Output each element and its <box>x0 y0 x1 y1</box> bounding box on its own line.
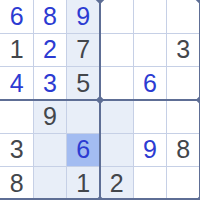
cell-r4c3[interactable] <box>67 100 100 133</box>
sudoku-cells: 6891273435693698812 <box>0 0 200 200</box>
cell-r4c2[interactable]: 9 <box>33 100 66 133</box>
cell-r6c5[interactable] <box>133 167 166 200</box>
cell-r2c5[interactable] <box>133 33 166 66</box>
cell-r3c1[interactable]: 4 <box>0 67 33 100</box>
cell-r3c6[interactable] <box>167 67 200 100</box>
cell-r5c5[interactable]: 9 <box>133 133 166 166</box>
cell-r5c4[interactable] <box>100 133 133 166</box>
cell-r2c3[interactable]: 7 <box>67 33 100 66</box>
cell-r3c5[interactable]: 6 <box>133 67 166 100</box>
cell-r2c6[interactable]: 3 <box>167 33 200 66</box>
cell-r6c4[interactable]: 2 <box>100 167 133 200</box>
cell-r5c6[interactable]: 8 <box>167 133 200 166</box>
cell-r1c2[interactable]: 8 <box>33 0 66 33</box>
cell-r4c6[interactable] <box>167 100 200 133</box>
cell-r2c2[interactable]: 2 <box>33 33 66 66</box>
cell-r3c4[interactable] <box>100 67 133 100</box>
cell-r5c3[interactable]: 6 <box>67 133 100 166</box>
cell-r2c1[interactable]: 1 <box>0 33 33 66</box>
cell-r1c1[interactable]: 6 <box>0 0 33 33</box>
cell-r4c4[interactable] <box>100 100 133 133</box>
cell-r3c2[interactable]: 3 <box>33 67 66 100</box>
cell-r5c1[interactable]: 3 <box>0 133 33 166</box>
cell-r1c3[interactable]: 9 <box>67 0 100 33</box>
cell-r6c2[interactable] <box>33 167 66 200</box>
cell-r6c3[interactable]: 1 <box>67 167 100 200</box>
cell-r4c1[interactable] <box>0 100 33 133</box>
cell-r1c6[interactable] <box>167 0 200 33</box>
sudoku-board: 6891273435693698812 <box>0 0 200 200</box>
cell-r3c3[interactable]: 5 <box>67 67 100 100</box>
cell-r4c5[interactable] <box>133 100 166 133</box>
cell-r2c4[interactable] <box>100 33 133 66</box>
cell-r5c2[interactable] <box>33 133 66 166</box>
cell-r1c4[interactable] <box>100 0 133 33</box>
cell-r6c6[interactable] <box>167 167 200 200</box>
cell-r6c1[interactable]: 8 <box>0 167 33 200</box>
cell-r1c5[interactable] <box>133 0 166 33</box>
